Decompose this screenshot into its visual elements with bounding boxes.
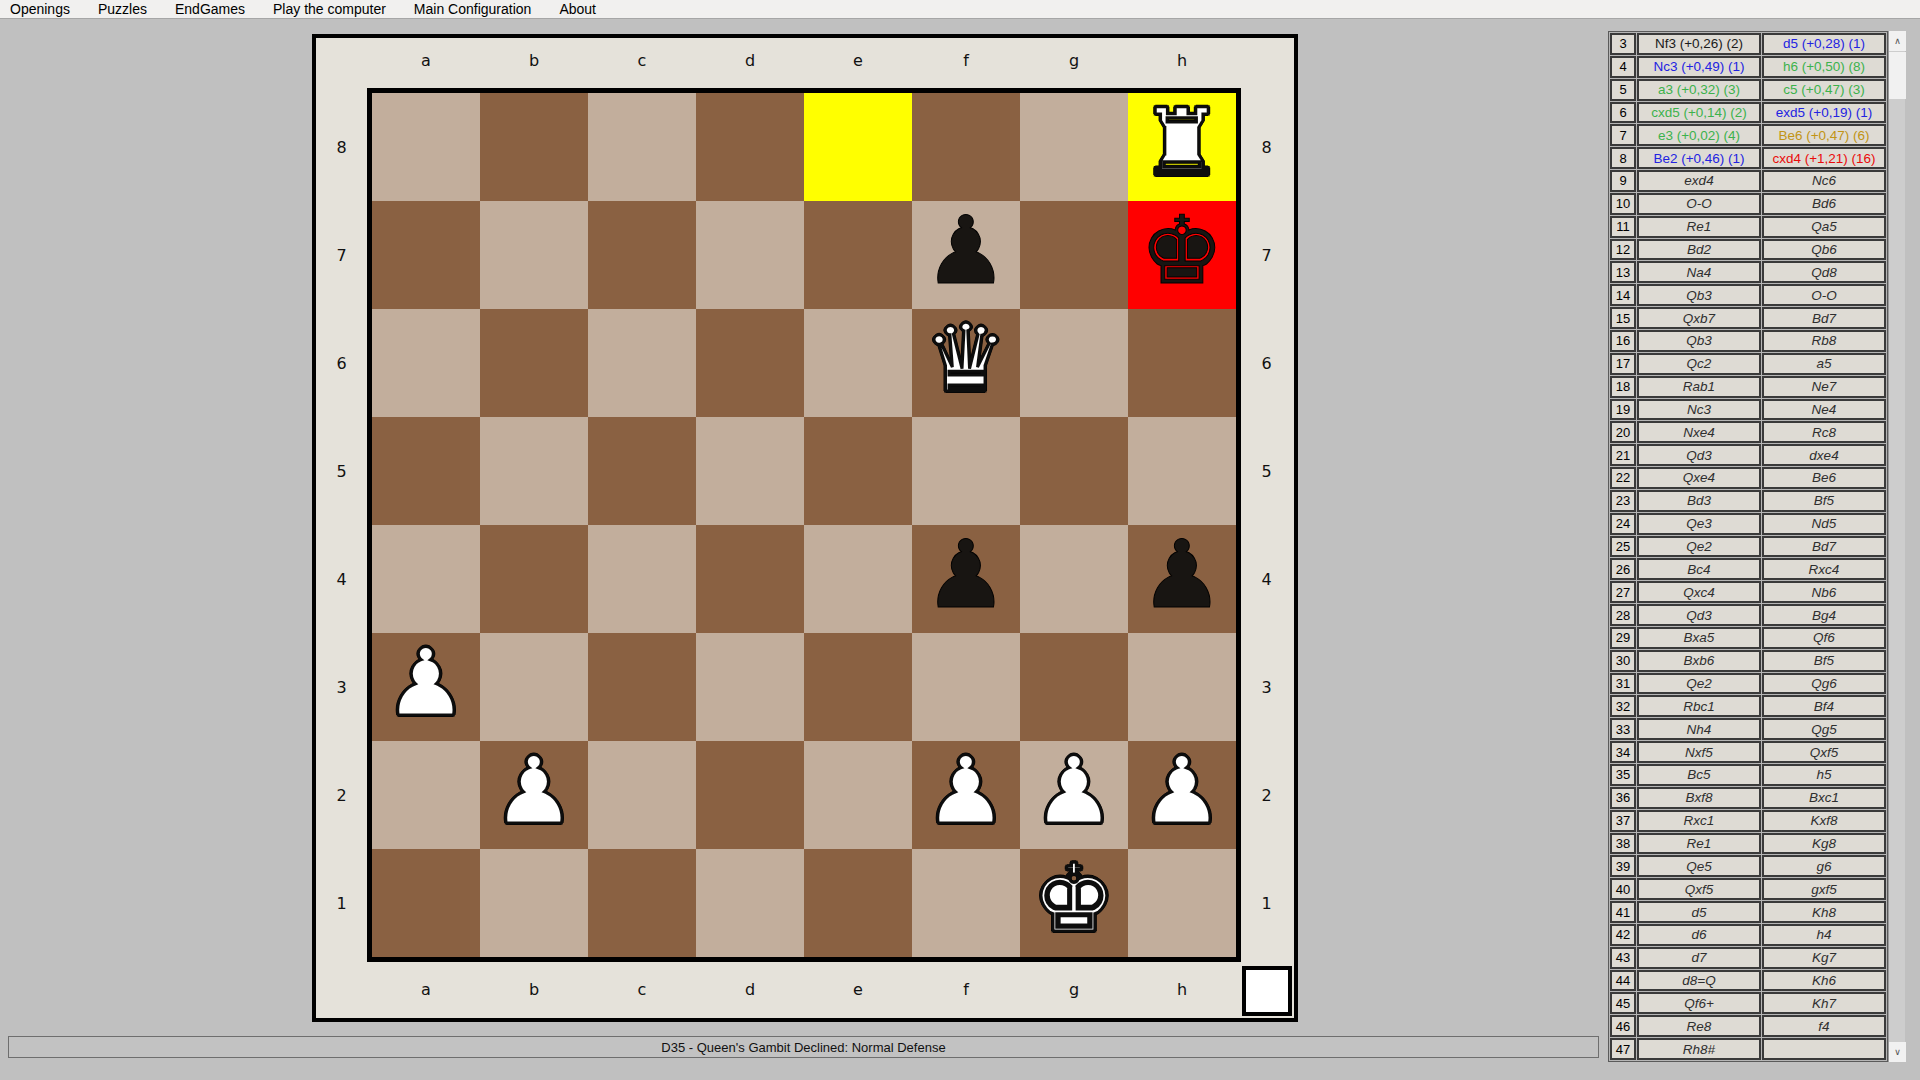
move-list-table: 3Nf3 (+0,26) (2)d5 (+0,28) (1)4Nc3 (+0,4… <box>1608 31 1888 1062</box>
black-move-29[interactable]: Qf6 <box>1762 627 1886 649</box>
file-label-bottom-d: d <box>696 980 804 999</box>
file-label-bottom-c: c <box>588 980 696 999</box>
move-row-31: 31Qe2Qg6 <box>1610 673 1886 695</box>
move-list-scrollbar[interactable]: ∧ ∨ <box>1888 31 1905 1062</box>
move-number-44: 44 <box>1610 970 1636 992</box>
square-e2[interactable] <box>804 741 912 849</box>
black-move-28[interactable]: Bg4 <box>1762 604 1886 626</box>
black-pawn-h4[interactable]: ♟ <box>1140 528 1224 622</box>
black-move-37[interactable]: Kxf8 <box>1762 810 1886 832</box>
rank-label-right-1: 1 <box>1241 849 1292 957</box>
rank-label-right-8: 8 <box>1241 93 1292 201</box>
black-move-13[interactable]: Qd8 <box>1762 261 1886 283</box>
move-number-36: 36 <box>1610 787 1636 809</box>
move-row-39: 39Qe5g6 <box>1610 855 1886 877</box>
white-move-29[interactable]: Bxa5 <box>1637 627 1761 649</box>
black-move-45[interactable]: Kh7 <box>1762 992 1886 1014</box>
white-move-31[interactable]: Qe2 <box>1637 673 1761 695</box>
menu-item-play-the-computer[interactable]: Play the computer <box>259 0 400 19</box>
square-b4[interactable] <box>480 525 588 633</box>
rank-label-left-2: 2 <box>316 741 367 849</box>
square-f7[interactable]: ♟ <box>912 201 1020 309</box>
move-row-24: 24Qe3Nd5 <box>1610 513 1886 535</box>
white-move-15[interactable]: Qxb7 <box>1637 307 1761 329</box>
move-row-30: 30Bxb6Bf5 <box>1610 650 1886 672</box>
move-number-4: 4 <box>1610 56 1636 78</box>
square-d7[interactable] <box>696 201 804 309</box>
white-move-37[interactable]: Rxc1 <box>1637 810 1761 832</box>
white-move-22[interactable]: Qxe4 <box>1637 467 1761 489</box>
move-number-20: 20 <box>1610 421 1636 443</box>
square-h1[interactable] <box>1128 849 1236 957</box>
white-move-32[interactable]: Rbc1 <box>1637 695 1761 717</box>
move-number-21: 21 <box>1610 444 1636 466</box>
file-label-top-a: a <box>372 51 480 70</box>
square-g1[interactable]: ♚ <box>1020 849 1128 957</box>
white-move-24[interactable]: Qe3 <box>1637 513 1761 535</box>
white-move-9[interactable]: exd4 <box>1637 170 1761 192</box>
file-label-top-c: c <box>588 51 696 70</box>
black-move-6[interactable]: exd5 (+0,19) (1) <box>1762 102 1886 124</box>
move-number-24: 24 <box>1610 513 1636 535</box>
move-row-7: 7e3 (+0,02) (4)Be6 (+0,47) (6) <box>1610 124 1886 146</box>
square-b7[interactable] <box>480 201 588 309</box>
white-move-38[interactable]: Re1 <box>1637 833 1761 855</box>
white-move-7[interactable]: e3 (+0,02) (4) <box>1637 124 1761 146</box>
file-label-top-b: b <box>480 51 588 70</box>
black-move-9[interactable]: Nc6 <box>1762 170 1886 192</box>
square-d4[interactable] <box>696 525 804 633</box>
move-number-29: 29 <box>1610 627 1636 649</box>
white-move-18[interactable]: Rab1 <box>1637 376 1761 398</box>
move-row-42: 42d6h4 <box>1610 924 1886 946</box>
square-h2[interactable]: ♟ <box>1128 741 1236 849</box>
square-e3[interactable] <box>804 633 912 741</box>
white-move-42[interactable]: d6 <box>1637 924 1761 946</box>
white-pawn-a3[interactable]: ♟ <box>384 636 468 730</box>
square-e4[interactable] <box>804 525 912 633</box>
black-move-5[interactable]: c5 (+0,47) (3) <box>1762 79 1886 101</box>
square-c3[interactable] <box>588 633 696 741</box>
square-e5[interactable] <box>804 417 912 525</box>
file-label-bottom-f: f <box>912 980 1020 999</box>
white-move-12[interactable]: Bd2 <box>1637 239 1761 261</box>
move-row-5: 5a3 (+0,32) (3)c5 (+0,47) (3) <box>1610 79 1886 101</box>
black-move-46[interactable]: f4 <box>1762 1015 1886 1037</box>
square-b8[interactable] <box>480 93 588 201</box>
square-h6[interactable] <box>1128 309 1236 417</box>
file-label-bottom-e: e <box>804 980 912 999</box>
white-pawn-f2[interactable]: ♟ <box>924 744 1008 838</box>
black-move-27[interactable]: Nb6 <box>1762 581 1886 603</box>
square-d2[interactable] <box>696 741 804 849</box>
square-f8[interactable] <box>912 93 1020 201</box>
file-label-bottom-a: a <box>372 980 480 999</box>
move-row-22: 22Qxe4Be6 <box>1610 467 1886 489</box>
black-move-26[interactable]: Rxc4 <box>1762 558 1886 580</box>
menu-item-about[interactable]: About <box>545 0 610 19</box>
square-e1[interactable] <box>804 849 912 957</box>
white-pawn-g2[interactable]: ♟ <box>1032 744 1116 838</box>
file-label-bottom-b: b <box>480 980 588 999</box>
move-number-34: 34 <box>1610 741 1636 763</box>
file-label-top-e: e <box>804 51 912 70</box>
square-h8[interactable]: ♜ <box>1128 93 1236 201</box>
square-d8[interactable] <box>696 93 804 201</box>
move-row-44: 44d8=QKh6 <box>1610 970 1886 992</box>
rank-label-right-5: 5 <box>1241 417 1292 525</box>
move-row-33: 33Nh4Qg5 <box>1610 718 1886 740</box>
black-move-16[interactable]: Rb8 <box>1762 330 1886 352</box>
menu-bar: OpeningsPuzzlesEndGamesPlay the computer… <box>0 0 1920 19</box>
square-a1[interactable] <box>372 849 480 957</box>
move-number-39: 39 <box>1610 855 1636 877</box>
square-h4[interactable]: ♟ <box>1128 525 1236 633</box>
move-row-46: 46Re8f4 <box>1610 1015 1886 1037</box>
black-move-18[interactable]: Ne7 <box>1762 376 1886 398</box>
square-c4[interactable] <box>588 525 696 633</box>
move-row-32: 32Rbc1Bf4 <box>1610 695 1886 717</box>
move-row-45: 45Qf6+Kh7 <box>1610 992 1886 1014</box>
square-b2[interactable]: ♟ <box>480 741 588 849</box>
scroll-up-icon[interactable]: ∧ <box>1889 31 1906 51</box>
white-move-16[interactable]: Qb3 <box>1637 330 1761 352</box>
move-row-14: 14Qb3O-O <box>1610 284 1886 306</box>
move-number-17: 17 <box>1610 353 1636 375</box>
move-row-13: 13Na4Qd8 <box>1610 261 1886 283</box>
white-move-44[interactable]: d8=Q <box>1637 970 1761 992</box>
move-number-28: 28 <box>1610 604 1636 626</box>
white-move-19[interactable]: Nc3 <box>1637 399 1761 421</box>
square-g8[interactable] <box>1020 93 1128 201</box>
white-move-26[interactable]: Bc4 <box>1637 558 1761 580</box>
move-row-25: 25Qe2Bd7 <box>1610 536 1886 558</box>
white-move-47[interactable]: Rh8# <box>1637 1038 1761 1060</box>
move-row-47: 47Rh8# <box>1610 1038 1886 1060</box>
move-number-32: 32 <box>1610 695 1636 717</box>
move-row-11: 11Re1Qa5 <box>1610 216 1886 238</box>
rank-label-right-3: 3 <box>1241 633 1292 741</box>
move-row-28: 28Qd3Bg4 <box>1610 604 1886 626</box>
move-number-16: 16 <box>1610 330 1636 352</box>
menu-item-openings[interactable]: Openings <box>0 0 84 19</box>
rank-label-left-4: 4 <box>316 525 367 633</box>
square-f1[interactable] <box>912 849 1020 957</box>
move-number-23: 23 <box>1610 490 1636 512</box>
move-number-46: 46 <box>1610 1015 1636 1037</box>
black-move-44[interactable]: Kh6 <box>1762 970 1886 992</box>
square-e8[interactable] <box>804 93 912 201</box>
white-move-17[interactable]: Qc2 <box>1637 353 1761 375</box>
move-row-8: 8Be2 (+0,46) (1)cxd4 (+1,21) (16) <box>1610 147 1886 169</box>
move-row-10: 10O-OBd6 <box>1610 193 1886 215</box>
square-e7[interactable] <box>804 201 912 309</box>
rank-label-right-6: 6 <box>1241 309 1292 417</box>
square-b6[interactable] <box>480 309 588 417</box>
square-a6[interactable] <box>372 309 480 417</box>
move-number-47: 47 <box>1610 1038 1636 1060</box>
white-move-39[interactable]: Qe5 <box>1637 855 1761 877</box>
black-move-25[interactable]: Bd7 <box>1762 536 1886 558</box>
black-move-19[interactable]: Ne4 <box>1762 399 1886 421</box>
move-number-35: 35 <box>1610 764 1636 786</box>
file-label-top-h: h <box>1128 51 1236 70</box>
square-f2[interactable]: ♟ <box>912 741 1020 849</box>
white-move-25[interactable]: Qe2 <box>1637 536 1761 558</box>
square-g4[interactable] <box>1020 525 1128 633</box>
square-g7[interactable] <box>1020 201 1128 309</box>
white-move-6[interactable]: cxd5 (+0,14) (2) <box>1637 102 1761 124</box>
square-b3[interactable] <box>480 633 588 741</box>
move-row-41: 41d5Kh8 <box>1610 901 1886 923</box>
scroll-down-icon[interactable]: ∨ <box>1889 1042 1906 1062</box>
rank-label-left-8: 8 <box>316 93 367 201</box>
square-b5[interactable] <box>480 417 588 525</box>
move-row-15: 15Qxb7Bd7 <box>1610 307 1886 329</box>
status-bar: D35 - Queen's Gambit Declined: Normal De… <box>8 1036 1599 1058</box>
square-d5[interactable] <box>696 417 804 525</box>
black-move-33[interactable]: Qg5 <box>1762 718 1886 740</box>
file-label-top-f: f <box>912 51 1020 70</box>
black-move-3[interactable]: d5 (+0,28) (1) <box>1762 33 1886 55</box>
square-a8[interactable] <box>372 93 480 201</box>
file-label-top-d: d <box>696 51 804 70</box>
black-move-35[interactable]: h5 <box>1762 764 1886 786</box>
board-grid: ♜♟♚♛♟♟♟♟♟♟♟♚ <box>367 88 1241 962</box>
rank-label-left-1: 1 <box>316 849 367 957</box>
white-move-45[interactable]: Qf6+ <box>1637 992 1761 1014</box>
move-number-33: 33 <box>1610 718 1636 740</box>
white-pawn-b2[interactable]: ♟ <box>492 744 576 838</box>
white-move-23[interactable]: Bd3 <box>1637 490 1761 512</box>
move-number-26: 26 <box>1610 558 1636 580</box>
square-g6[interactable] <box>1020 309 1128 417</box>
move-row-35: 35Bc5h5 <box>1610 764 1886 786</box>
rank-label-left-3: 3 <box>316 633 367 741</box>
square-h7[interactable]: ♚ <box>1128 201 1236 309</box>
square-c1[interactable] <box>588 849 696 957</box>
move-number-22: 22 <box>1610 467 1636 489</box>
move-row-34: 34Nxf5Qxf5 <box>1610 741 1886 763</box>
white-king-g1[interactable]: ♚ <box>1032 852 1116 946</box>
square-c2[interactable] <box>588 741 696 849</box>
black-move-11[interactable]: Qa5 <box>1762 216 1886 238</box>
black-move-24[interactable]: Nd5 <box>1762 513 1886 535</box>
black-move-30[interactable]: Bf5 <box>1762 650 1886 672</box>
white-move-14[interactable]: Qb3 <box>1637 284 1761 306</box>
black-king-h7[interactable]: ♚ <box>1140 204 1224 298</box>
black-pawn-f4[interactable]: ♟ <box>924 528 1008 622</box>
square-g5[interactable] <box>1020 417 1128 525</box>
white-move-28[interactable]: Qd3 <box>1637 604 1761 626</box>
rank-label-right-2: 2 <box>1241 741 1292 849</box>
square-c6[interactable] <box>588 309 696 417</box>
white-move-20[interactable]: Nxe4 <box>1637 421 1761 443</box>
white-move-21[interactable]: Qd3 <box>1637 444 1761 466</box>
square-b1[interactable] <box>480 849 588 957</box>
square-d3[interactable] <box>696 633 804 741</box>
move-row-23: 23Bd3Bf5 <box>1610 490 1886 512</box>
square-c5[interactable] <box>588 417 696 525</box>
square-f4[interactable]: ♟ <box>912 525 1020 633</box>
move-number-9: 9 <box>1610 170 1636 192</box>
move-number-37: 37 <box>1610 810 1636 832</box>
opening-name-text: D35 - Queen's Gambit Declined: Normal De… <box>661 1040 945 1055</box>
move-row-40: 40Qxf5gxf5 <box>1610 878 1886 900</box>
white-move-13[interactable]: Na4 <box>1637 261 1761 283</box>
square-g2[interactable]: ♟ <box>1020 741 1128 849</box>
move-number-27: 27 <box>1610 581 1636 603</box>
white-move-33[interactable]: Nh4 <box>1637 718 1761 740</box>
black-move-36[interactable]: Bxc1 <box>1762 787 1886 809</box>
move-number-40: 40 <box>1610 878 1636 900</box>
white-move-41[interactable]: d5 <box>1637 901 1761 923</box>
file-label-bottom-h: h <box>1128 980 1236 999</box>
move-number-19: 19 <box>1610 399 1636 421</box>
black-move-17[interactable]: a5 <box>1762 353 1886 375</box>
move-row-12: 12Bd2Qb6 <box>1610 239 1886 261</box>
move-number-5: 5 <box>1610 79 1636 101</box>
file-label-bottom-g: g <box>1020 980 1128 999</box>
move-row-3: 3Nf3 (+0,26) (2)d5 (+0,28) (1) <box>1610 33 1886 55</box>
white-move-11[interactable]: Re1 <box>1637 216 1761 238</box>
move-row-18: 18Rab1Ne7 <box>1610 376 1886 398</box>
black-move-20[interactable]: Rc8 <box>1762 421 1886 443</box>
square-a7[interactable] <box>372 201 480 309</box>
move-number-18: 18 <box>1610 376 1636 398</box>
black-move-21[interactable]: dxe4 <box>1762 444 1886 466</box>
move-number-43: 43 <box>1610 947 1636 969</box>
square-d6[interactable] <box>696 309 804 417</box>
move-number-25: 25 <box>1610 536 1636 558</box>
move-row-17: 17Qc2a5 <box>1610 353 1886 375</box>
rank-label-right-7: 7 <box>1241 201 1292 309</box>
black-move-23[interactable]: Bf5 <box>1762 490 1886 512</box>
white-move-34[interactable]: Nxf5 <box>1637 741 1761 763</box>
white-move-5[interactable]: a3 (+0,32) (3) <box>1637 79 1761 101</box>
scrollbar-thumb[interactable] <box>1889 52 1906 99</box>
square-f5[interactable] <box>912 417 1020 525</box>
square-f6[interactable]: ♛ <box>912 309 1020 417</box>
square-a2[interactable] <box>372 741 480 849</box>
white-move-30[interactable]: Bxb6 <box>1637 650 1761 672</box>
white-move-10[interactable]: O-O <box>1637 193 1761 215</box>
chess-board: ♜♟♚♛♟♟♟♟♟♟♟♚ aabbccddeeffgghh88776655443… <box>312 34 1298 1022</box>
white-move-40[interactable]: Qxf5 <box>1637 878 1761 900</box>
move-row-36: 36Bxf8Bxc1 <box>1610 787 1886 809</box>
menu-item-endgames[interactable]: EndGames <box>161 0 259 19</box>
file-label-top-g: g <box>1020 51 1128 70</box>
rank-label-left-5: 5 <box>316 417 367 525</box>
move-number-6: 6 <box>1610 102 1636 124</box>
white-move-35[interactable]: Bc5 <box>1637 764 1761 786</box>
black-move-12[interactable]: Qb6 <box>1762 239 1886 261</box>
white-pawn-h2[interactable]: ♟ <box>1140 744 1224 838</box>
move-number-42: 42 <box>1610 924 1636 946</box>
side-indicator-square <box>1242 966 1292 1016</box>
white-move-27[interactable]: Qxc4 <box>1637 581 1761 603</box>
move-number-10: 10 <box>1610 193 1636 215</box>
black-move-39[interactable]: g6 <box>1762 855 1886 877</box>
black-move-34[interactable]: Qxf5 <box>1762 741 1886 763</box>
black-move-43[interactable]: Kg7 <box>1762 947 1886 969</box>
move-number-31: 31 <box>1610 673 1636 695</box>
black-move-8[interactable]: cxd4 (+1,21) (16) <box>1762 147 1886 169</box>
square-h3[interactable] <box>1128 633 1236 741</box>
square-a5[interactable] <box>372 417 480 525</box>
black-move-38[interactable]: Kg8 <box>1762 833 1886 855</box>
square-h5[interactable] <box>1128 417 1236 525</box>
move-number-12: 12 <box>1610 239 1636 261</box>
move-number-13: 13 <box>1610 261 1636 283</box>
white-move-8[interactable]: Be2 (+0,46) (1) <box>1637 147 1761 169</box>
rank-label-left-7: 7 <box>316 201 367 309</box>
white-rook-h8[interactable]: ♜ <box>1140 96 1224 190</box>
white-move-43[interactable]: d7 <box>1637 947 1761 969</box>
square-c7[interactable] <box>588 201 696 309</box>
white-move-4[interactable]: Nc3 (+0,49) (1) <box>1637 56 1761 78</box>
move-row-27: 27Qxc4Nb6 <box>1610 581 1886 603</box>
black-move-4[interactable]: h6 (+0,50) (8) <box>1762 56 1886 78</box>
move-number-30: 30 <box>1610 650 1636 672</box>
move-row-9: 9exd4Nc6 <box>1610 170 1886 192</box>
rank-label-left-6: 6 <box>316 309 367 417</box>
black-move-47[interactable] <box>1762 1038 1886 1060</box>
black-move-42[interactable]: h4 <box>1762 924 1886 946</box>
square-a3[interactable]: ♟ <box>372 633 480 741</box>
square-e6[interactable] <box>804 309 912 417</box>
white-move-46[interactable]: Re8 <box>1637 1015 1761 1037</box>
black-move-7[interactable]: Be6 (+0,47) (6) <box>1762 124 1886 146</box>
move-row-19: 19Nc3Ne4 <box>1610 399 1886 421</box>
move-number-7: 7 <box>1610 124 1636 146</box>
black-move-31[interactable]: Qg6 <box>1762 673 1886 695</box>
move-row-37: 37Rxc1Kxf8 <box>1610 810 1886 832</box>
menu-item-puzzles[interactable]: Puzzles <box>84 0 161 19</box>
black-move-15[interactable]: Bd7 <box>1762 307 1886 329</box>
move-row-26: 26Bc4Rxc4 <box>1610 558 1886 580</box>
move-row-38: 38Re1Kg8 <box>1610 833 1886 855</box>
square-a4[interactable] <box>372 525 480 633</box>
menu-item-main-configuration[interactable]: Main Configuration <box>400 0 546 19</box>
move-row-20: 20Nxe4Rc8 <box>1610 421 1886 443</box>
black-move-10[interactable]: Bd6 <box>1762 193 1886 215</box>
move-number-45: 45 <box>1610 992 1636 1014</box>
white-move-3[interactable]: Nf3 (+0,26) (2) <box>1637 33 1761 55</box>
black-move-32[interactable]: Bf4 <box>1762 695 1886 717</box>
move-number-11: 11 <box>1610 216 1636 238</box>
move-number-3: 3 <box>1610 33 1636 55</box>
move-row-29: 29Bxa5Qf6 <box>1610 627 1886 649</box>
move-number-14: 14 <box>1610 284 1636 306</box>
black-move-14[interactable]: O-O <box>1762 284 1886 306</box>
square-d1[interactable] <box>696 849 804 957</box>
square-c8[interactable] <box>588 93 696 201</box>
square-f3[interactable] <box>912 633 1020 741</box>
move-number-15: 15 <box>1610 307 1636 329</box>
black-move-40[interactable]: gxf5 <box>1762 878 1886 900</box>
black-pawn-f7[interactable]: ♟ <box>924 204 1008 298</box>
white-move-36[interactable]: Bxf8 <box>1637 787 1761 809</box>
black-move-22[interactable]: Be6 <box>1762 467 1886 489</box>
move-number-38: 38 <box>1610 833 1636 855</box>
move-number-8: 8 <box>1610 147 1636 169</box>
square-g3[interactable] <box>1020 633 1128 741</box>
white-queen-f6[interactable]: ♛ <box>924 312 1008 406</box>
move-row-6: 6cxd5 (+0,14) (2)exd5 (+0,19) (1) <box>1610 102 1886 124</box>
black-move-41[interactable]: Kh8 <box>1762 901 1886 923</box>
move-row-4: 4Nc3 (+0,49) (1)h6 (+0,50) (8) <box>1610 56 1886 78</box>
